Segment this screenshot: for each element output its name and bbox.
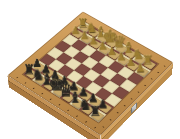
photo-background: ♜♞♝♚♛♝♞♜♟♟♟♟♟♟♟♟♟♟♟♟♟♟♟♟♜♞♝♚♛♝♞♜	[0, 0, 180, 139]
piece-white-pawn[interactable]: ♟	[116, 52, 126, 63]
piece-white-pawn[interactable]: ♟	[98, 41, 108, 52]
piece-black-rook[interactable]: ♜	[89, 104, 101, 118]
clasp-icon	[131, 102, 137, 114]
piece-white-pawn[interactable]: ♟	[135, 63, 145, 74]
square-a2[interactable]: ♟	[134, 65, 151, 78]
piece-white-pawn[interactable]: ♟	[107, 46, 117, 57]
board-frame: ♜♞♝♚♛♝♞♜♟♟♟♟♟♟♟♟♟♟♟♟♟♟♟♟♜♞♝♚♛♝♞♜	[7, 12, 173, 136]
chess-box: ♜♞♝♚♛♝♞♜♟♟♟♟♟♟♟♟♟♟♟♟♟♟♟♟♜♞♝♚♛♝♞♜	[7, 12, 173, 136]
piece-white-pawn[interactable]: ♟	[126, 57, 136, 68]
